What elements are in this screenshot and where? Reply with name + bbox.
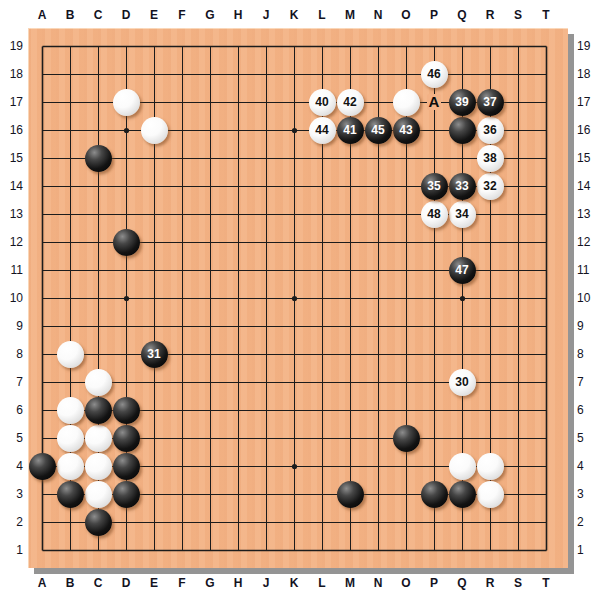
column-label: C — [84, 576, 112, 590]
white-stone-move-46: 46 — [421, 61, 448, 88]
row-label: 7 — [2, 375, 26, 389]
stones-layer: 30323436384042444648313335373941434547A — [28, 32, 560, 564]
column-label: C — [84, 8, 112, 22]
row-label: 17 — [2, 95, 26, 109]
white-stone-move-32: 32 — [477, 173, 504, 200]
column-label: P — [420, 8, 448, 22]
black-stone — [57, 481, 84, 508]
black-stone — [113, 397, 140, 424]
white-stone — [57, 397, 84, 424]
column-label: K — [280, 8, 308, 22]
black-stone-move-47: 47 — [449, 257, 476, 284]
row-label: 12 — [576, 235, 600, 249]
white-stone-move-48: 48 — [421, 201, 448, 228]
go-diagram: ABCDEFGHJKLMNOPQRST 19181716151413121110… — [0, 0, 600, 600]
row-label: 19 — [2, 39, 26, 53]
row-label: 1 — [2, 543, 26, 557]
row-label: 6 — [2, 403, 26, 417]
white-stone — [85, 453, 112, 480]
row-label: 13 — [576, 207, 600, 221]
column-label: R — [476, 8, 504, 22]
column-label: O — [392, 8, 420, 22]
column-label: J — [252, 8, 280, 22]
white-stone-move-42: 42 — [337, 89, 364, 116]
black-stone-move-41: 41 — [337, 117, 364, 144]
row-label: 10 — [2, 291, 26, 305]
row-label: 7 — [576, 375, 600, 389]
column-label: P — [420, 576, 448, 590]
column-label: L — [308, 576, 336, 590]
row-label: 12 — [2, 235, 26, 249]
row-label: 5 — [576, 431, 600, 445]
white-stone — [449, 453, 476, 480]
column-label: H — [224, 576, 252, 590]
row-label: 14 — [2, 179, 26, 193]
column-label: O — [392, 576, 420, 590]
column-label: B — [56, 8, 84, 22]
black-stone — [337, 481, 364, 508]
black-stone-move-37: 37 — [477, 89, 504, 116]
row-label: 3 — [576, 487, 600, 501]
white-stone-move-38: 38 — [477, 145, 504, 172]
column-label: A — [28, 8, 56, 22]
row-labels-right: 19181716151413121110987654321 — [576, 32, 600, 564]
column-label: K — [280, 576, 308, 590]
column-label: A — [28, 576, 56, 590]
row-label: 15 — [576, 151, 600, 165]
black-stone — [113, 453, 140, 480]
column-label: S — [504, 8, 532, 22]
column-label: F — [168, 8, 196, 22]
black-stone-move-35: 35 — [421, 173, 448, 200]
white-stone — [477, 453, 504, 480]
go-board[interactable]: 30323436384042444648313335373941434547A — [28, 28, 568, 568]
column-label: Q — [448, 576, 476, 590]
column-label: J — [252, 576, 280, 590]
row-label: 14 — [576, 179, 600, 193]
column-label: G — [196, 576, 224, 590]
column-label: E — [140, 8, 168, 22]
white-stone-move-36: 36 — [477, 117, 504, 144]
row-label: 4 — [2, 459, 26, 473]
black-stone-move-39: 39 — [449, 89, 476, 116]
column-label: E — [140, 576, 168, 590]
row-label: 8 — [2, 347, 26, 361]
black-stone — [85, 397, 112, 424]
row-label: 11 — [2, 263, 26, 277]
row-label: 6 — [576, 403, 600, 417]
row-label: 15 — [2, 151, 26, 165]
row-label: 5 — [2, 431, 26, 445]
row-label: 2 — [576, 515, 600, 529]
row-label: 9 — [2, 319, 26, 333]
column-label: G — [196, 8, 224, 22]
black-stone-move-45: 45 — [365, 117, 392, 144]
row-label: 9 — [576, 319, 600, 333]
column-label: B — [56, 576, 84, 590]
row-label: 8 — [576, 347, 600, 361]
row-label: 2 — [2, 515, 26, 529]
row-label: 11 — [576, 263, 600, 277]
column-label: T — [532, 576, 560, 590]
row-label: 19 — [576, 39, 600, 53]
white-stone — [477, 481, 504, 508]
white-stone — [141, 117, 168, 144]
white-stone — [57, 453, 84, 480]
black-stone — [113, 481, 140, 508]
column-label: S — [504, 576, 532, 590]
column-label: N — [364, 8, 392, 22]
column-label: F — [168, 576, 196, 590]
black-stone — [393, 425, 420, 452]
white-stone — [85, 481, 112, 508]
black-stone — [113, 229, 140, 256]
row-label: 17 — [576, 95, 600, 109]
column-label: L — [308, 8, 336, 22]
column-label: D — [112, 576, 140, 590]
black-stone — [113, 425, 140, 452]
white-stone-move-44: 44 — [309, 117, 336, 144]
white-stone-move-40: 40 — [309, 89, 336, 116]
row-label: 1 — [576, 543, 600, 557]
row-label: 10 — [576, 291, 600, 305]
white-stone-move-34: 34 — [449, 201, 476, 228]
annotation-label: A — [427, 94, 442, 111]
white-stone — [57, 425, 84, 452]
row-label: 18 — [2, 67, 26, 81]
column-label: D — [112, 8, 140, 22]
white-stone — [393, 89, 420, 116]
column-label: N — [364, 576, 392, 590]
column-label: T — [532, 8, 560, 22]
row-label: 4 — [576, 459, 600, 473]
row-label: 3 — [2, 487, 26, 501]
white-stone — [85, 425, 112, 452]
row-label: 16 — [576, 123, 600, 137]
white-stone — [57, 341, 84, 368]
column-label: M — [336, 576, 364, 590]
black-stone — [421, 481, 448, 508]
black-stone-move-33: 33 — [449, 173, 476, 200]
row-label: 13 — [2, 207, 26, 221]
white-stone — [85, 369, 112, 396]
row-label: 16 — [2, 123, 26, 137]
black-stone — [29, 453, 56, 480]
column-label: R — [476, 576, 504, 590]
column-label: Q — [448, 8, 476, 22]
white-stone — [113, 89, 140, 116]
white-stone-move-30: 30 — [449, 369, 476, 396]
column-label: H — [224, 8, 252, 22]
black-stone — [85, 145, 112, 172]
row-labels-left: 19181716151413121110987654321 — [2, 32, 26, 564]
black-stone — [449, 481, 476, 508]
column-label: M — [336, 8, 364, 22]
black-stone-move-43: 43 — [393, 117, 420, 144]
column-labels-bottom: ABCDEFGHJKLMNOPQRST — [28, 572, 560, 594]
black-stone-move-31: 31 — [141, 341, 168, 368]
black-stone — [449, 117, 476, 144]
row-label: 18 — [576, 67, 600, 81]
column-labels-top: ABCDEFGHJKLMNOPQRST — [28, 4, 560, 26]
black-stone — [85, 509, 112, 536]
